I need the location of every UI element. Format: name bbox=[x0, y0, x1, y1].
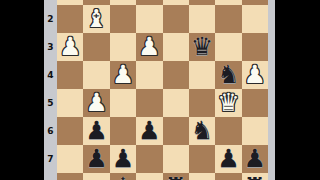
rank-label-3: 3 bbox=[44, 42, 57, 52]
black-rook-a8: ♜ bbox=[244, 173, 266, 180]
square-f6[interactable] bbox=[110, 117, 136, 145]
square-g5[interactable]: ♟ bbox=[83, 89, 109, 117]
white-bishop-g2: ♝ bbox=[85, 5, 107, 33]
square-a7[interactable]: ♟ bbox=[242, 145, 268, 173]
square-g2[interactable]: ♝ bbox=[83, 5, 109, 33]
chess-board: ♚♜♝♜♝♟♟♛♟♞♟♟♛♟♟♞♟♟♟♟♚♜♜ bbox=[57, 0, 268, 180]
square-d7[interactable] bbox=[163, 145, 189, 173]
square-h4[interactable] bbox=[57, 61, 83, 89]
square-h2[interactable] bbox=[57, 5, 83, 33]
square-b8[interactable] bbox=[215, 173, 241, 180]
white-pawn-f4: ♟ bbox=[112, 61, 134, 89]
square-h3[interactable]: ♟ bbox=[57, 33, 83, 61]
square-e8[interactable] bbox=[136, 173, 162, 180]
square-b3[interactable] bbox=[215, 33, 241, 61]
square-d3[interactable] bbox=[163, 33, 189, 61]
square-g8[interactable] bbox=[83, 173, 109, 180]
square-a2[interactable] bbox=[242, 5, 268, 33]
square-b4[interactable]: ♞ bbox=[215, 61, 241, 89]
square-h8[interactable] bbox=[57, 173, 83, 180]
square-e2[interactable] bbox=[136, 5, 162, 33]
rank-label-6: 6 bbox=[44, 126, 57, 136]
black-knight-b4: ♞ bbox=[217, 61, 239, 89]
square-d6[interactable] bbox=[163, 117, 189, 145]
square-f4[interactable]: ♟ bbox=[110, 61, 136, 89]
black-pawn-a7: ♟ bbox=[244, 145, 266, 173]
square-a8[interactable]: ♜ bbox=[242, 173, 268, 180]
square-c7[interactable] bbox=[189, 145, 215, 173]
square-e4[interactable] bbox=[136, 61, 162, 89]
black-knight-c6: ♞ bbox=[191, 117, 213, 145]
rank-label-5: 5 bbox=[44, 98, 57, 108]
square-h7[interactable] bbox=[57, 145, 83, 173]
square-c2[interactable] bbox=[189, 5, 215, 33]
square-g3[interactable] bbox=[83, 33, 109, 61]
white-pawn-h3: ♟ bbox=[59, 33, 81, 61]
rank-label-7: 7 bbox=[44, 154, 57, 164]
square-f3[interactable] bbox=[110, 33, 136, 61]
square-f7[interactable]: ♟ bbox=[110, 145, 136, 173]
square-a3[interactable] bbox=[242, 33, 268, 61]
square-c3[interactable]: ♛ bbox=[189, 33, 215, 61]
black-rook-d8: ♜ bbox=[164, 173, 186, 180]
square-e5[interactable] bbox=[136, 89, 162, 117]
square-h5[interactable] bbox=[57, 89, 83, 117]
square-g7[interactable]: ♟ bbox=[83, 145, 109, 173]
square-b5[interactable]: ♛ bbox=[215, 89, 241, 117]
black-pawn-f7: ♟ bbox=[112, 145, 134, 173]
square-e3[interactable]: ♟ bbox=[136, 33, 162, 61]
white-pawn-e3: ♟ bbox=[138, 33, 160, 61]
square-d2[interactable] bbox=[163, 5, 189, 33]
square-b7[interactable]: ♟ bbox=[215, 145, 241, 173]
square-b6[interactable] bbox=[215, 117, 241, 145]
square-a6[interactable] bbox=[242, 117, 268, 145]
square-c8[interactable] bbox=[189, 173, 215, 180]
square-h6[interactable] bbox=[57, 117, 83, 145]
square-c5[interactable] bbox=[189, 89, 215, 117]
black-pawn-g7: ♟ bbox=[85, 145, 107, 173]
square-f5[interactable] bbox=[110, 89, 136, 117]
square-d8[interactable]: ♜ bbox=[163, 173, 189, 180]
square-g4[interactable] bbox=[83, 61, 109, 89]
black-pawn-b7: ♟ bbox=[217, 145, 239, 173]
square-g6[interactable]: ♟ bbox=[83, 117, 109, 145]
rank-label-4: 4 bbox=[44, 70, 57, 80]
chess-diagram: 234567 ♚♜♝♜♝♟♟♛♟♞♟♟♛♟♟♞♟♟♟♟♚♜♜ bbox=[0, 0, 320, 180]
square-f8[interactable]: ♚ bbox=[110, 173, 136, 180]
square-a4[interactable]: ♟ bbox=[242, 61, 268, 89]
black-pawn-g6: ♟ bbox=[85, 117, 107, 145]
white-pawn-g5: ♟ bbox=[85, 89, 107, 117]
square-f2[interactable] bbox=[110, 5, 136, 33]
square-b2[interactable] bbox=[215, 5, 241, 33]
square-a5[interactable] bbox=[242, 89, 268, 117]
square-c4[interactable] bbox=[189, 61, 215, 89]
square-d4[interactable] bbox=[163, 61, 189, 89]
square-e7[interactable] bbox=[136, 145, 162, 173]
square-c6[interactable]: ♞ bbox=[189, 117, 215, 145]
black-pawn-e6: ♟ bbox=[138, 117, 160, 145]
rank-label-2: 2 bbox=[44, 14, 57, 24]
square-e6[interactable]: ♟ bbox=[136, 117, 162, 145]
black-king-f8: ♚ bbox=[112, 173, 134, 180]
white-queen-b5: ♛ bbox=[217, 89, 239, 117]
square-d5[interactable] bbox=[163, 89, 189, 117]
white-pawn-a4: ♟ bbox=[244, 61, 266, 89]
black-queen-c3: ♛ bbox=[191, 33, 213, 61]
